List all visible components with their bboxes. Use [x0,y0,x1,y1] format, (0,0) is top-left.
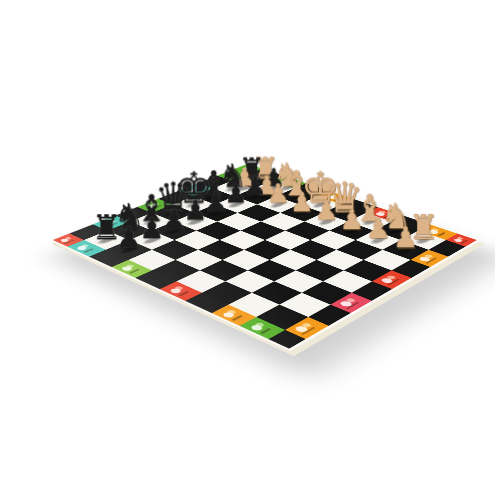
product-photo-chess-set: ♜♜♞♟♟♞♝♟♟♝♚♟♟♚♛♟♟♛♝♟♟♝♞♟♟♞♜♟♟♜♟♟ [0,0,495,495]
white-pawn-glyph: ♟ [366,216,391,243]
border-track-tile-r9c0 [269,330,306,349]
white-pawn-glyph: ♟ [393,225,419,252]
black-pawn-glyph: ♟ [183,199,207,225]
black-pawn-glyph: ♟ [116,225,142,252]
black-pawn-glyph: ♟ [204,190,228,215]
board-scene: ♜♜♞♟♟♞♝♟♟♝♚♟♟♚♛♟♟♛♝♟♟♝♞♟♟♞♜♟♟♜♟♟ [115,90,415,390]
border-track-tile-r1c0 [67,240,105,257]
black-pawn-glyph: ♟ [162,207,187,233]
game-board: ♜♜♞♟♟♞♝♟♟♝♚♟♟♚♛♟♟♛♝♟♟♝♞♟♟♞♜♟♟♜♟♟ [49,162,482,351]
black-pawn-glyph: ♟ [139,216,164,243]
